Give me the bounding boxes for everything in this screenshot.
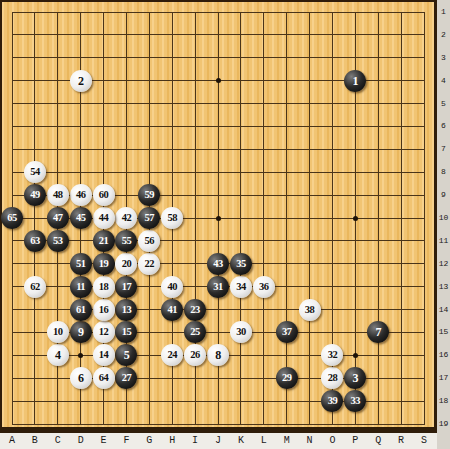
column-label-J: J xyxy=(211,434,225,448)
row-label-12: 12 xyxy=(437,259,450,269)
row-label-2: 2 xyxy=(437,30,450,40)
row-label-4: 4 xyxy=(437,76,450,86)
column-label-N: N xyxy=(303,434,317,448)
row-label-9: 9 xyxy=(437,190,450,200)
row-label-15: 15 xyxy=(437,327,450,337)
column-label-F: F xyxy=(119,434,133,448)
row-label-7: 7 xyxy=(437,144,450,154)
column-label-P: P xyxy=(348,434,362,448)
column-label-M: M xyxy=(280,434,294,448)
row-label-3: 3 xyxy=(437,53,450,63)
row-label-13: 13 xyxy=(437,282,450,292)
row-coordinate-strip: 12345678910111213141516171819 xyxy=(437,0,450,449)
row-label-18: 18 xyxy=(437,396,450,406)
column-label-Q: Q xyxy=(371,434,385,448)
column-label-B: B xyxy=(28,434,42,448)
column-label-K: K xyxy=(234,434,248,448)
row-label-5: 5 xyxy=(437,99,450,109)
column-label-H: H xyxy=(165,434,179,448)
row-label-17: 17 xyxy=(437,373,450,383)
row-label-8: 8 xyxy=(437,167,450,177)
column-label-E: E xyxy=(97,434,111,448)
column-label-C: C xyxy=(51,434,65,448)
row-label-19: 19 xyxy=(437,419,450,429)
row-label-6: 6 xyxy=(437,121,450,131)
row-label-10: 10 xyxy=(437,213,450,223)
column-label-I: I xyxy=(188,434,202,448)
column-coordinate-strip: ABCDEFGHIJKLMNOPQRS xyxy=(0,433,437,449)
column-label-S: S xyxy=(417,434,431,448)
column-label-A: A xyxy=(5,434,19,448)
row-label-11: 11 xyxy=(437,236,450,246)
column-label-O: O xyxy=(325,434,339,448)
row-label-16: 16 xyxy=(437,350,450,360)
row-label-14: 14 xyxy=(437,305,450,315)
column-label-G: G xyxy=(142,434,156,448)
column-label-D: D xyxy=(74,434,88,448)
row-label-1: 1 xyxy=(437,7,450,17)
go-diagram: 1234567891011121314151617181920212223242… xyxy=(0,0,450,449)
go-board[interactable] xyxy=(0,0,437,433)
column-label-L: L xyxy=(257,434,271,448)
column-label-R: R xyxy=(394,434,408,448)
